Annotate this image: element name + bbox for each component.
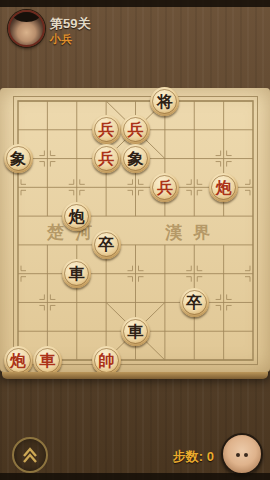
black-piece-glyph: 象 bbox=[128, 144, 144, 173]
red-piece-glyph: 炮 bbox=[10, 346, 26, 375]
bottom-strip bbox=[0, 473, 270, 480]
chevron-up-icon bbox=[19, 444, 41, 466]
black-piece-glyph: 車 bbox=[128, 317, 144, 346]
black-cannon[interactable]: 炮 bbox=[62, 202, 91, 231]
river-text-right: 漢界 bbox=[165, 221, 221, 244]
expand-menu-button[interactable] bbox=[12, 437, 48, 473]
step-counter: 步数: 0 bbox=[173, 448, 214, 466]
red-cannon[interactable]: 炮 bbox=[209, 173, 238, 202]
red-chariot[interactable]: 車 bbox=[33, 346, 62, 375]
black-piece-glyph: 車 bbox=[69, 259, 85, 288]
red-piece-glyph: 車 bbox=[39, 346, 55, 375]
red-piece-glyph: 炮 bbox=[216, 173, 232, 202]
red-soldier[interactable]: 兵 bbox=[92, 115, 121, 144]
top-strip bbox=[0, 0, 270, 7]
steps-value: 0 bbox=[207, 449, 214, 464]
red-piece-glyph: 兵 bbox=[98, 115, 114, 144]
player-avatar[interactable] bbox=[221, 433, 263, 475]
xiangqi-app-screen: 第59关 小兵 楚河 漢界 将兵兵象兵象兵炮炮卒車卒車炮車帥 步数: 0 bbox=[0, 0, 270, 480]
black-piece-glyph: 卒 bbox=[186, 288, 202, 317]
black-elephant[interactable]: 象 bbox=[4, 144, 33, 173]
black-piece-glyph: 炮 bbox=[69, 202, 85, 231]
black-chariot[interactable]: 車 bbox=[121, 317, 150, 346]
red-soldier[interactable]: 兵 bbox=[150, 173, 179, 202]
opponent-name: 小兵 bbox=[50, 32, 72, 47]
red-piece-glyph: 帥 bbox=[98, 346, 114, 375]
xiangqi-board[interactable]: 楚河 漢界 将兵兵象兵象兵炮炮卒車卒車炮車帥 bbox=[0, 88, 270, 372]
red-piece-glyph: 兵 bbox=[157, 173, 173, 202]
black-piece-glyph: 象 bbox=[10, 144, 26, 173]
black-soldier[interactable]: 卒 bbox=[92, 230, 121, 259]
red-piece-glyph: 兵 bbox=[98, 144, 114, 173]
level-label: 第59关 bbox=[50, 15, 90, 33]
red-general[interactable]: 帥 bbox=[92, 346, 121, 375]
black-elephant[interactable]: 象 bbox=[121, 144, 150, 173]
red-cannon[interactable]: 炮 bbox=[4, 346, 33, 375]
steps-label: 步数: bbox=[173, 449, 203, 464]
black-soldier[interactable]: 卒 bbox=[180, 288, 209, 317]
black-piece-glyph: 卒 bbox=[98, 230, 114, 259]
red-piece-glyph: 兵 bbox=[128, 115, 144, 144]
black-general[interactable]: 将 bbox=[150, 87, 179, 116]
black-piece-glyph: 将 bbox=[157, 87, 173, 116]
red-soldier[interactable]: 兵 bbox=[92, 144, 121, 173]
opponent-avatar bbox=[8, 10, 45, 47]
